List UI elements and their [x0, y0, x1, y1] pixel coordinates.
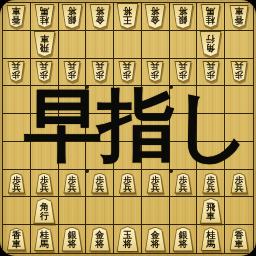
cell-4-2[interactable] — [142, 31, 170, 59]
cell-5-9[interactable]: 玉将 — [114, 225, 142, 253]
cell-2-2[interactable]: 角行 — [197, 31, 225, 59]
cell-1-6[interactable] — [225, 142, 253, 170]
cell-9-1[interactable]: 香車 — [3, 3, 31, 31]
piece-label: 桂馬 — [35, 5, 54, 27]
piece-label: 銀将 — [62, 228, 82, 251]
piece-silver-gote[interactable]: 銀将 — [61, 4, 83, 29]
piece-pawn-sente[interactable]: 歩兵 — [202, 173, 220, 194]
cell-2-1[interactable]: 桂馬 — [197, 3, 225, 31]
cell-6-9[interactable]: 金将 — [86, 225, 114, 253]
cell-3-4[interactable] — [170, 86, 198, 114]
cell-7-2[interactable] — [59, 31, 87, 59]
cell-5-6[interactable] — [114, 142, 142, 170]
piece-pawn-sente[interactable]: 歩兵 — [230, 173, 248, 194]
piece-rook-sente[interactable]: 飛車 — [199, 198, 222, 224]
star-point — [169, 85, 173, 89]
cell-1-9[interactable]: 香車 — [225, 225, 253, 253]
cell-1-3[interactable]: 歩兵 — [225, 59, 253, 87]
piece-pawn-gote[interactable]: 歩兵 — [35, 61, 53, 82]
piece-label: 歩兵 — [147, 174, 163, 193]
piece-label: 銀将 — [173, 5, 193, 28]
cell-4-5[interactable] — [142, 114, 170, 142]
piece-label: 歩兵 — [92, 174, 108, 193]
cell-9-9[interactable]: 香車 — [3, 225, 31, 253]
cell-1-2[interactable] — [225, 31, 253, 59]
cell-4-1[interactable]: 金将 — [142, 3, 170, 31]
piece-pawn-gote[interactable]: 歩兵 — [91, 61, 109, 82]
piece-label: 歩兵 — [119, 62, 135, 81]
cell-8-3[interactable]: 歩兵 — [31, 59, 59, 87]
cell-8-9[interactable]: 桂馬 — [31, 225, 59, 253]
piece-bishop-sente[interactable]: 角行 — [33, 198, 56, 224]
piece-label: 歩兵 — [36, 62, 52, 81]
cell-6-2[interactable] — [86, 31, 114, 59]
shogi-app-icon: 香車桂馬銀将金将王将金将銀将桂馬香車飛車角行歩兵歩兵歩兵歩兵歩兵歩兵歩兵歩兵歩兵… — [0, 0, 256, 256]
piece-label: 歩兵 — [147, 62, 163, 81]
cell-7-4[interactable] — [59, 86, 87, 114]
piece-pawn-gote[interactable]: 歩兵 — [174, 61, 192, 82]
cell-5-5[interactable] — [114, 114, 142, 142]
cell-6-4[interactable] — [86, 86, 114, 114]
piece-label: 香車 — [7, 229, 25, 250]
cell-2-9[interactable]: 桂馬 — [197, 225, 225, 253]
cell-1-5[interactable] — [225, 114, 253, 142]
star-point — [85, 85, 89, 89]
cell-6-6[interactable] — [86, 142, 114, 170]
piece-pawn-sente[interactable]: 歩兵 — [91, 173, 109, 194]
piece-pawn-gote[interactable]: 歩兵 — [202, 61, 220, 82]
cell-1-4[interactable] — [225, 86, 253, 114]
cell-4-6[interactable] — [142, 142, 170, 170]
cell-5-7[interactable]: 歩兵 — [114, 170, 142, 198]
cell-3-6[interactable] — [170, 142, 198, 170]
piece-pawn-sente[interactable]: 歩兵 — [174, 173, 192, 194]
piece-label: 銀将 — [173, 228, 193, 251]
piece-label: 角行 — [34, 199, 55, 223]
cell-2-6[interactable] — [197, 142, 225, 170]
piece-knight-sente[interactable]: 桂馬 — [200, 227, 221, 251]
cell-1-8[interactable] — [225, 197, 253, 225]
cell-8-2[interactable]: 飛車 — [31, 31, 59, 59]
cell-4-7[interactable]: 歩兵 — [142, 170, 170, 198]
cell-9-6[interactable] — [3, 142, 31, 170]
piece-label: 歩兵 — [231, 174, 247, 193]
piece-label: 桂馬 — [35, 228, 54, 250]
cell-7-9[interactable]: 銀将 — [59, 225, 87, 253]
piece-lance-sente[interactable]: 香車 — [6, 228, 26, 251]
piece-label: 歩兵 — [203, 62, 219, 81]
cell-7-5[interactable] — [59, 114, 87, 142]
piece-knight-sente[interactable]: 桂馬 — [34, 227, 55, 251]
cell-8-5[interactable] — [31, 114, 59, 142]
piece-gold-gote[interactable]: 金将 — [144, 4, 166, 29]
cell-8-6[interactable] — [31, 142, 59, 170]
cell-7-7[interactable]: 歩兵 — [59, 170, 87, 198]
piece-label: 歩兵 — [8, 62, 24, 81]
cell-4-3[interactable]: 歩兵 — [142, 59, 170, 87]
piece-label: 王将 — [117, 4, 138, 28]
piece-label: 歩兵 — [36, 174, 52, 193]
cell-9-2[interactable] — [3, 31, 31, 59]
piece-king-gote[interactable]: 王将 — [116, 3, 139, 29]
cell-5-1[interactable]: 王将 — [114, 3, 142, 31]
piece-label: 歩兵 — [64, 62, 80, 81]
piece-king-sente[interactable]: 玉将 — [116, 226, 139, 252]
piece-label: 玉将 — [117, 227, 138, 251]
cell-6-8[interactable] — [86, 197, 114, 225]
piece-pawn-gote[interactable]: 歩兵 — [146, 61, 164, 82]
cell-4-9[interactable]: 金将 — [142, 225, 170, 253]
piece-label: 桂馬 — [201, 5, 220, 27]
cell-7-3[interactable]: 歩兵 — [59, 59, 87, 87]
piece-bishop-gote[interactable]: 角行 — [199, 31, 222, 57]
piece-silver-sente[interactable]: 銀将 — [61, 227, 83, 252]
piece-gold-gote[interactable]: 金将 — [89, 4, 111, 29]
cell-9-7[interactable]: 歩兵 — [3, 170, 31, 198]
piece-label: 角行 — [200, 32, 221, 56]
piece-label: 香車 — [230, 229, 248, 250]
cell-3-5[interactable] — [170, 114, 198, 142]
piece-label: 歩兵 — [92, 62, 108, 81]
piece-pawn-gote[interactable]: 歩兵 — [230, 61, 248, 82]
piece-rook-gote[interactable]: 飛車 — [33, 31, 56, 57]
piece-lance-gote[interactable]: 香車 — [229, 5, 249, 28]
piece-pawn-gote[interactable]: 歩兵 — [7, 61, 25, 82]
piece-label: 歩兵 — [231, 62, 247, 81]
piece-silver-sente[interactable]: 銀将 — [172, 227, 194, 252]
piece-label: 金将 — [145, 228, 165, 251]
cell-2-3[interactable]: 歩兵 — [197, 59, 225, 87]
cell-7-6[interactable] — [59, 142, 87, 170]
cell-9-5[interactable] — [3, 114, 31, 142]
cell-3-8[interactable] — [170, 197, 198, 225]
shogi-board-grid: 香車桂馬銀将金将王将金将銀将桂馬香車飛車角行歩兵歩兵歩兵歩兵歩兵歩兵歩兵歩兵歩兵… — [2, 2, 254, 254]
piece-pawn-sente[interactable]: 歩兵 — [146, 173, 164, 194]
cell-3-3[interactable]: 歩兵 — [170, 59, 198, 87]
cell-4-8[interactable] — [142, 197, 170, 225]
star-point — [169, 169, 173, 173]
piece-label: 歩兵 — [203, 174, 219, 193]
cell-3-7[interactable]: 歩兵 — [170, 170, 198, 198]
cell-7-1[interactable]: 銀将 — [59, 3, 87, 31]
cell-9-8[interactable] — [3, 197, 31, 225]
piece-pawn-sente[interactable]: 歩兵 — [118, 173, 136, 194]
cell-8-7[interactable]: 歩兵 — [31, 170, 59, 198]
piece-pawn-sente[interactable]: 歩兵 — [63, 173, 81, 194]
piece-label: 金将 — [90, 228, 110, 251]
piece-label: 香車 — [7, 6, 25, 27]
cell-5-2[interactable] — [114, 31, 142, 59]
cell-8-4[interactable] — [31, 86, 59, 114]
piece-knight-gote[interactable]: 桂馬 — [200, 4, 221, 28]
piece-label: 香車 — [230, 6, 248, 27]
cell-8-8[interactable]: 角行 — [31, 197, 59, 225]
cell-2-5[interactable] — [197, 114, 225, 142]
piece-lance-gote[interactable]: 香車 — [6, 5, 26, 28]
cell-1-7[interactable]: 歩兵 — [225, 170, 253, 198]
piece-knight-gote[interactable]: 桂馬 — [34, 4, 55, 28]
cell-5-3[interactable]: 歩兵 — [114, 59, 142, 87]
cell-3-2[interactable] — [170, 31, 198, 59]
cell-5-4[interactable] — [114, 86, 142, 114]
piece-pawn-sente[interactable]: 歩兵 — [35, 173, 53, 194]
cell-6-1[interactable]: 金将 — [86, 3, 114, 31]
cell-6-3[interactable]: 歩兵 — [86, 59, 114, 87]
piece-pawn-gote[interactable]: 歩兵 — [118, 61, 136, 82]
piece-label: 銀将 — [62, 5, 82, 28]
piece-label: 歩兵 — [175, 62, 191, 81]
cell-4-4[interactable] — [142, 86, 170, 114]
piece-label: 歩兵 — [64, 174, 80, 193]
piece-label: 金将 — [145, 5, 165, 28]
cell-9-4[interactable] — [3, 86, 31, 114]
cell-2-4[interactable] — [197, 86, 225, 114]
star-point — [85, 169, 89, 173]
cell-6-5[interactable] — [86, 114, 114, 142]
piece-label: 歩兵 — [119, 174, 135, 193]
piece-label: 金将 — [90, 5, 110, 28]
piece-pawn-sente[interactable]: 歩兵 — [7, 173, 25, 194]
piece-label: 飛車 — [34, 32, 55, 56]
cell-1-1[interactable]: 香車 — [225, 3, 253, 31]
cell-3-1[interactable]: 銀将 — [170, 3, 198, 31]
cell-5-8[interactable] — [114, 197, 142, 225]
piece-label: 歩兵 — [175, 174, 191, 193]
piece-label: 桂馬 — [201, 228, 220, 250]
piece-gold-sente[interactable]: 金将 — [89, 227, 111, 252]
cell-8-1[interactable]: 桂馬 — [31, 3, 59, 31]
piece-pawn-gote[interactable]: 歩兵 — [63, 61, 81, 82]
piece-gold-sente[interactable]: 金将 — [144, 227, 166, 252]
piece-lance-sente[interactable]: 香車 — [229, 228, 249, 251]
cell-6-7[interactable]: 歩兵 — [86, 170, 114, 198]
cell-7-8[interactable] — [59, 197, 87, 225]
piece-silver-gote[interactable]: 銀将 — [172, 4, 194, 29]
cell-9-3[interactable]: 歩兵 — [3, 59, 31, 87]
cell-2-7[interactable]: 歩兵 — [197, 170, 225, 198]
piece-label: 飛車 — [200, 199, 221, 223]
cell-3-9[interactable]: 銀将 — [170, 225, 198, 253]
piece-label: 歩兵 — [8, 174, 24, 193]
cell-2-8[interactable]: 飛車 — [197, 197, 225, 225]
